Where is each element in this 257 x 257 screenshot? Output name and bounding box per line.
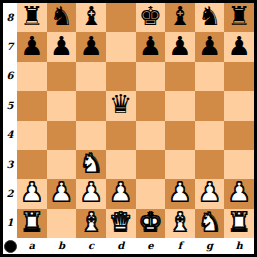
square-f1[interactable]: ♝ xyxy=(165,209,195,238)
piece-white-knight[interactable]: ♞ xyxy=(79,150,102,178)
square-b8[interactable]: ♞ xyxy=(47,3,77,32)
square-g7[interactable]: ♟ xyxy=(195,32,225,61)
square-c2[interactable]: ♟ xyxy=(76,179,106,208)
square-e5[interactable] xyxy=(136,91,166,120)
square-h8[interactable]: ♜ xyxy=(224,3,254,32)
rank-label-1: 1 xyxy=(3,209,17,238)
square-h3[interactable] xyxy=(224,150,254,179)
square-g5[interactable] xyxy=(195,91,225,120)
file-label-f: f xyxy=(165,238,195,254)
square-f6[interactable] xyxy=(165,62,195,91)
piece-black-knight[interactable]: ♞ xyxy=(198,3,221,31)
rank-label-5: 5 xyxy=(3,91,17,120)
square-c8[interactable]: ♝ xyxy=(76,3,106,32)
square-b4[interactable] xyxy=(47,121,77,150)
square-d5[interactable]: ♛ xyxy=(106,91,136,120)
piece-white-king[interactable]: ♚ xyxy=(139,209,162,237)
square-d2[interactable]: ♟ xyxy=(106,179,136,208)
square-a6[interactable] xyxy=(17,62,47,91)
square-a7[interactable]: ♟ xyxy=(17,32,47,61)
square-d1[interactable]: ♛ xyxy=(106,209,136,238)
square-d6[interactable] xyxy=(106,62,136,91)
square-e2[interactable] xyxy=(136,179,166,208)
piece-white-pawn[interactable]: ♟ xyxy=(198,179,221,207)
piece-black-king[interactable]: ♚ xyxy=(139,3,162,31)
square-e4[interactable] xyxy=(136,121,166,150)
piece-white-pawn[interactable]: ♟ xyxy=(168,179,191,207)
square-a4[interactable] xyxy=(17,121,47,150)
piece-white-pawn[interactable]: ♟ xyxy=(228,179,251,207)
file-label-g: g xyxy=(195,238,225,254)
square-e7[interactable]: ♟ xyxy=(136,32,166,61)
square-a8[interactable]: ♜ xyxy=(17,3,47,32)
square-c1[interactable]: ♝ xyxy=(76,209,106,238)
piece-black-knight[interactable]: ♞ xyxy=(50,3,73,31)
square-h5[interactable] xyxy=(224,91,254,120)
square-g2[interactable]: ♟ xyxy=(195,179,225,208)
piece-black-pawn[interactable]: ♟ xyxy=(79,32,102,60)
square-b7[interactable]: ♟ xyxy=(47,32,77,61)
square-d8[interactable] xyxy=(106,3,136,32)
rank-label-7: 7 xyxy=(3,32,17,61)
chessboard-frame: 8♜♞♝♚♝♞♜7♟♟♟♟♟♟♟65♛43♞2♟♟♟♟♟♟♟1♜♝♛♚♝♞♜ab… xyxy=(0,0,257,257)
square-c4[interactable] xyxy=(76,121,106,150)
square-c3[interactable]: ♞ xyxy=(76,150,106,179)
rank-label-3: 3 xyxy=(3,150,17,179)
piece-black-pawn[interactable]: ♟ xyxy=(198,32,221,60)
piece-white-bishop[interactable]: ♝ xyxy=(168,209,191,237)
square-h1[interactable]: ♜ xyxy=(224,209,254,238)
piece-white-rook[interactable]: ♜ xyxy=(20,209,43,237)
square-g6[interactable] xyxy=(195,62,225,91)
square-d7[interactable] xyxy=(106,32,136,61)
square-c5[interactable] xyxy=(76,91,106,120)
square-d4[interactable] xyxy=(106,121,136,150)
chess-board: 8♜♞♝♚♝♞♜7♟♟♟♟♟♟♟65♛43♞2♟♟♟♟♟♟♟1♜♝♛♚♝♞♜ab… xyxy=(3,3,254,254)
square-f5[interactable] xyxy=(165,91,195,120)
square-e1[interactable]: ♚ xyxy=(136,209,166,238)
square-h6[interactable] xyxy=(224,62,254,91)
square-g8[interactable]: ♞ xyxy=(195,3,225,32)
square-b3[interactable] xyxy=(47,150,77,179)
file-label-c: c xyxy=(76,238,106,254)
square-f4[interactable] xyxy=(165,121,195,150)
square-a3[interactable] xyxy=(17,150,47,179)
move-indicator-corner xyxy=(3,238,17,254)
square-f2[interactable]: ♟ xyxy=(165,179,195,208)
piece-black-pawn[interactable]: ♟ xyxy=(139,32,162,60)
piece-white-rook[interactable]: ♜ xyxy=(228,209,251,237)
square-g1[interactable]: ♞ xyxy=(195,209,225,238)
piece-black-pawn[interactable]: ♟ xyxy=(50,32,73,60)
square-a1[interactable]: ♜ xyxy=(17,209,47,238)
square-g4[interactable] xyxy=(195,121,225,150)
square-e3[interactable] xyxy=(136,150,166,179)
piece-black-queen[interactable]: ♛ xyxy=(109,91,132,119)
square-b1[interactable] xyxy=(47,209,77,238)
piece-black-pawn[interactable]: ♟ xyxy=(168,32,191,60)
file-label-h: h xyxy=(224,238,254,254)
rank-label-2: 2 xyxy=(3,179,17,208)
rank-label-6: 6 xyxy=(3,62,17,91)
file-label-e: e xyxy=(136,238,166,254)
rank-label-4: 4 xyxy=(3,121,17,150)
black-to-move-indicator xyxy=(4,240,17,253)
piece-white-pawn[interactable]: ♟ xyxy=(79,179,102,207)
piece-white-queen[interactable]: ♛ xyxy=(109,209,132,237)
piece-black-pawn[interactable]: ♟ xyxy=(228,32,251,60)
piece-white-bishop[interactable]: ♝ xyxy=(79,209,102,237)
piece-black-bishop[interactable]: ♝ xyxy=(79,3,102,31)
piece-black-rook[interactable]: ♜ xyxy=(228,3,251,31)
square-e6[interactable] xyxy=(136,62,166,91)
file-label-d: d xyxy=(106,238,136,254)
square-b2[interactable]: ♟ xyxy=(47,179,77,208)
square-f3[interactable] xyxy=(165,150,195,179)
square-b5[interactable] xyxy=(47,91,77,120)
square-e8[interactable]: ♚ xyxy=(136,3,166,32)
square-d3[interactable] xyxy=(106,150,136,179)
square-c6[interactable] xyxy=(76,62,106,91)
piece-black-bishop[interactable]: ♝ xyxy=(168,3,191,31)
square-f8[interactable]: ♝ xyxy=(165,3,195,32)
square-h2[interactable]: ♟ xyxy=(224,179,254,208)
piece-white-pawn[interactable]: ♟ xyxy=(20,179,43,207)
square-h4[interactable] xyxy=(224,121,254,150)
piece-white-pawn[interactable]: ♟ xyxy=(50,179,73,207)
piece-white-knight[interactable]: ♞ xyxy=(198,209,221,237)
piece-white-pawn[interactable]: ♟ xyxy=(109,179,132,207)
piece-black-pawn[interactable]: ♟ xyxy=(20,32,43,60)
rank-label-8: 8 xyxy=(3,3,17,32)
square-f7[interactable]: ♟ xyxy=(165,32,195,61)
piece-black-rook[interactable]: ♜ xyxy=(20,3,43,31)
square-c7[interactable]: ♟ xyxy=(76,32,106,61)
file-label-a: a xyxy=(17,238,47,254)
square-b6[interactable] xyxy=(47,62,77,91)
square-g3[interactable] xyxy=(195,150,225,179)
square-a5[interactable] xyxy=(17,91,47,120)
square-h7[interactable]: ♟ xyxy=(224,32,254,61)
square-a2[interactable]: ♟ xyxy=(17,179,47,208)
file-label-b: b xyxy=(47,238,77,254)
